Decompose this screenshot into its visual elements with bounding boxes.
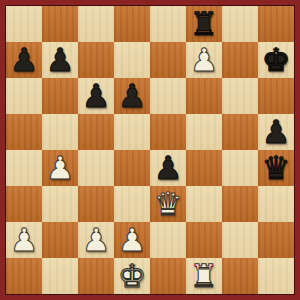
black-king-h7: ♚ — [262, 42, 291, 78]
square-a2[interactable]: ♟ — [6, 222, 42, 258]
square-g6[interactable] — [222, 78, 258, 114]
square-b1[interactable] — [42, 258, 78, 294]
square-e1[interactable] — [150, 258, 186, 294]
square-a7[interactable]: ♟ — [6, 42, 42, 78]
square-c7[interactable] — [78, 42, 114, 78]
white-rook-f1: ♜ — [190, 258, 219, 294]
square-a8[interactable] — [6, 6, 42, 42]
square-h4[interactable]: ♛ — [258, 150, 294, 186]
white-pawn-c2: ♟ — [82, 222, 111, 258]
square-f3[interactable] — [186, 186, 222, 222]
white-queen-e3: ♛ — [154, 186, 183, 222]
square-b7[interactable]: ♟ — [42, 42, 78, 78]
white-pawn-a2: ♟ — [10, 222, 39, 258]
square-c1[interactable] — [78, 258, 114, 294]
white-pawn-f7: ♟ — [190, 42, 219, 78]
square-h3[interactable] — [258, 186, 294, 222]
square-e2[interactable] — [150, 222, 186, 258]
square-a1[interactable] — [6, 258, 42, 294]
square-f1[interactable]: ♜ — [186, 258, 222, 294]
black-rook-f8: ♜ — [190, 6, 219, 42]
square-d4[interactable] — [114, 150, 150, 186]
square-e4[interactable]: ♟ — [150, 150, 186, 186]
black-queen-h4: ♛ — [262, 150, 291, 186]
square-f5[interactable] — [186, 114, 222, 150]
square-g4[interactable] — [222, 150, 258, 186]
white-pawn-b4: ♟ — [46, 150, 75, 186]
square-c8[interactable] — [78, 6, 114, 42]
square-c4[interactable] — [78, 150, 114, 186]
square-h2[interactable] — [258, 222, 294, 258]
square-a6[interactable] — [6, 78, 42, 114]
square-g2[interactable] — [222, 222, 258, 258]
white-pawn-d2: ♟ — [118, 222, 147, 258]
black-pawn-a7: ♟ — [10, 42, 39, 78]
square-e6[interactable] — [150, 78, 186, 114]
square-h1[interactable] — [258, 258, 294, 294]
square-g5[interactable] — [222, 114, 258, 150]
square-b2[interactable] — [42, 222, 78, 258]
black-pawn-h5: ♟ — [262, 114, 291, 150]
square-b5[interactable] — [42, 114, 78, 150]
square-c5[interactable] — [78, 114, 114, 150]
black-pawn-d6: ♟ — [118, 78, 147, 114]
square-f7[interactable]: ♟ — [186, 42, 222, 78]
chess-board: ♜♟♟♟♚♟♟♟♟♟♛♛♟♟♟♚♜ — [6, 6, 294, 294]
square-h8[interactable] — [258, 6, 294, 42]
square-e5[interactable] — [150, 114, 186, 150]
square-h7[interactable]: ♚ — [258, 42, 294, 78]
square-g7[interactable] — [222, 42, 258, 78]
square-d1[interactable]: ♚ — [114, 258, 150, 294]
square-e7[interactable] — [150, 42, 186, 78]
square-c3[interactable] — [78, 186, 114, 222]
square-d8[interactable] — [114, 6, 150, 42]
white-king-d1: ♚ — [118, 258, 147, 294]
square-d6[interactable]: ♟ — [114, 78, 150, 114]
square-d7[interactable] — [114, 42, 150, 78]
square-h6[interactable] — [258, 78, 294, 114]
square-f2[interactable] — [186, 222, 222, 258]
square-f6[interactable] — [186, 78, 222, 114]
square-a3[interactable] — [6, 186, 42, 222]
square-b6[interactable] — [42, 78, 78, 114]
square-c6[interactable]: ♟ — [78, 78, 114, 114]
square-h5[interactable]: ♟ — [258, 114, 294, 150]
square-f8[interactable]: ♜ — [186, 6, 222, 42]
square-e3[interactable]: ♛ — [150, 186, 186, 222]
square-a5[interactable] — [6, 114, 42, 150]
square-b8[interactable] — [42, 6, 78, 42]
square-a4[interactable] — [6, 150, 42, 186]
square-d3[interactable] — [114, 186, 150, 222]
square-b4[interactable]: ♟ — [42, 150, 78, 186]
square-e8[interactable] — [150, 6, 186, 42]
square-g3[interactable] — [222, 186, 258, 222]
square-f4[interactable] — [186, 150, 222, 186]
black-pawn-b7: ♟ — [46, 42, 75, 78]
square-d5[interactable] — [114, 114, 150, 150]
black-pawn-e4: ♟ — [154, 150, 183, 186]
square-d2[interactable]: ♟ — [114, 222, 150, 258]
square-g8[interactable] — [222, 6, 258, 42]
square-g1[interactable] — [222, 258, 258, 294]
black-pawn-c6: ♟ — [82, 78, 111, 114]
chess-board-frame: ♜♟♟♟♚♟♟♟♟♟♛♛♟♟♟♚♜ — [0, 0, 300, 300]
square-b3[interactable] — [42, 186, 78, 222]
square-c2[interactable]: ♟ — [78, 222, 114, 258]
